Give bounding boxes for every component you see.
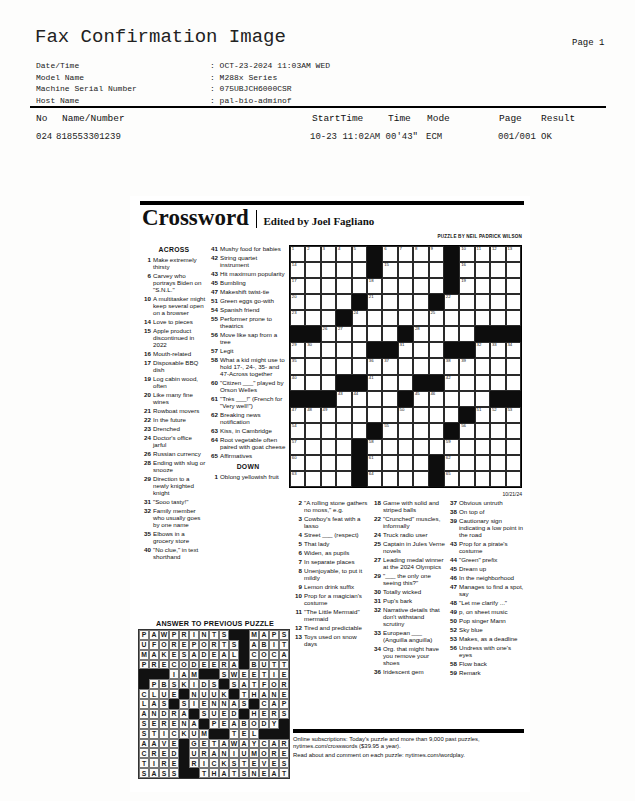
letter-cell: P (169, 630, 179, 640)
cell-letter: A (242, 681, 247, 688)
clue-column-across-2: 41Mushy food for babies42String quartet … (209, 245, 287, 482)
answer-grid: PAWPRINTSMAPSUFOREPORTSABITMAKESADEALCOC… (138, 629, 290, 779)
cell-number: 13 (507, 247, 512, 252)
cell-number: 54 (292, 424, 297, 429)
clue-number: 51 (209, 297, 220, 304)
letter-cell: R (279, 679, 289, 689)
clue-text: Green eggs go-with (220, 297, 287, 304)
clue-number: 62 (209, 411, 220, 425)
letter-cell: E (159, 660, 169, 670)
letter-cell: N (219, 748, 229, 758)
empty-cell (352, 423, 367, 439)
letter-cell: I (199, 758, 209, 768)
empty-cell (475, 471, 490, 487)
clue-number: 15 (142, 327, 153, 348)
clue-text: Manages to find a spot, say (459, 583, 524, 597)
clue-text: Cautionary sign indicating a low point i… (459, 517, 524, 538)
empty-cell: 59 (444, 439, 459, 455)
letter-cell: R (169, 640, 179, 650)
clue-text: Hit maximum popularity (220, 270, 287, 277)
cell-number: 36 (369, 359, 374, 364)
letter-cell: S (279, 709, 289, 719)
cell-letter: D (172, 750, 177, 757)
across-header: ACROSS (142, 246, 206, 253)
cell-letter: I (193, 700, 195, 707)
cell-letter: R (272, 750, 277, 757)
empty-cell: 63 (290, 471, 305, 487)
clue-number: 38 (448, 508, 459, 515)
clue-text: Flow back (459, 660, 524, 667)
empty-cell (321, 375, 336, 391)
cell-letter: R (212, 641, 217, 648)
letter-cell: I (159, 729, 169, 739)
cell-letter: I (193, 681, 195, 688)
clue-text: Spanish friend (220, 306, 287, 313)
letter-cell: E (219, 719, 229, 729)
cell-number: 23 (292, 311, 297, 316)
empty-cell: 25 (429, 310, 444, 326)
cell-number: 8 (415, 247, 417, 252)
empty-cell (459, 294, 474, 310)
empty-cell (336, 342, 351, 358)
cell-number: 64 (369, 472, 374, 477)
empty-cell: 24 (352, 310, 367, 326)
cell-letter: C (212, 760, 217, 767)
black-cell (336, 375, 351, 391)
cell-letter: D (232, 710, 237, 717)
empty-cell (382, 326, 397, 342)
clue-number: 31 (142, 498, 153, 505)
clue-number: 53 (448, 635, 459, 642)
clue-number: 46 (448, 574, 459, 581)
empty-cell (398, 278, 413, 294)
clue: 49p, on sheet music (448, 608, 524, 615)
black-cell (209, 669, 219, 679)
cell-letter: O (201, 641, 206, 648)
crossword-byline: PUZZLE BY NEIL PADRICK WILSON (289, 234, 522, 239)
cell-letter: T (242, 691, 246, 698)
cell-letter: H (212, 770, 217, 777)
empty-cell (352, 358, 367, 374)
empty-cell (475, 375, 490, 391)
empty-cell: 49 (321, 407, 336, 423)
col-start: StartTime (312, 113, 363, 124)
crossword-page: Crossword Edited by Joel Fagliano PUZZLE… (130, 196, 530, 792)
cell-letter: E (262, 710, 267, 717)
cell-result: OK (541, 132, 552, 142)
col-time: Time (388, 113, 411, 124)
black-cell (229, 689, 239, 699)
empty-cell (305, 262, 320, 278)
fax-table-row: 024 818553301239 10-23 11:02AM 00'43" EC… (0, 132, 635, 144)
letter-cell: U (239, 748, 249, 758)
clue-text: Apple product discontinued in 2022 (153, 327, 206, 348)
cell-number: 3 (323, 247, 325, 252)
cell-letter: C (172, 730, 177, 737)
clue-number: 60 (209, 379, 220, 393)
clue-text: Makeshift twist-tie (220, 288, 287, 295)
cell-number: 17 (292, 279, 297, 284)
black-cell (279, 729, 289, 739)
clue-column-across-1: ACROSS 1Make extremely thirsty6Carvey wh… (142, 245, 206, 562)
empty-cell (398, 294, 413, 310)
empty-cell (490, 455, 505, 471)
clue-number: 57 (209, 347, 220, 354)
letter-cell: N (149, 709, 159, 719)
clue-text: Iridescent gem (383, 668, 446, 675)
down-header: DOWN (209, 463, 287, 470)
empty-cell (336, 407, 351, 423)
letter-cell: C (139, 748, 149, 758)
clue-number: 45 (209, 279, 220, 286)
clue-number: 48 (448, 599, 459, 606)
cell-number: 26 (323, 327, 328, 332)
clue: 41Mushy food for babies (209, 245, 287, 252)
clue-number: 32 (372, 606, 383, 627)
cell-number: 16 (461, 263, 466, 268)
cell-letter: B (162, 681, 167, 688)
cell-letter: A (192, 720, 197, 727)
cell-mode: ECM (426, 132, 442, 142)
empty-cell: 40 (290, 375, 305, 391)
meta-label: Machine Serial Number (36, 83, 210, 95)
letter-cell: M (189, 669, 199, 679)
clue-text: Widen, as pupils (304, 549, 369, 556)
cell-number: 33 (492, 343, 497, 348)
letter-cell: A (229, 660, 239, 670)
clue-number: 56 (448, 644, 459, 658)
clue-number: 6 (293, 549, 304, 556)
clue-text: Unenjoyable, to put it mildly (304, 567, 369, 581)
letter-cell: T (209, 739, 219, 749)
black-cell (169, 699, 179, 709)
cell-letter: Y (252, 740, 257, 747)
black-cell (239, 650, 249, 660)
cell-letter: R (152, 661, 157, 668)
clue-text: That lady (304, 540, 369, 547)
across-clues-1: 1Make extremely thirsty6Carvey who portr… (142, 256, 206, 560)
clue-number: 27 (372, 556, 383, 570)
empty-cell: 16 (459, 262, 474, 278)
empty-cell: 11 (475, 246, 490, 262)
letter-cell: E (169, 739, 179, 749)
clue-number: 16 (142, 350, 153, 357)
letter-cell: A (249, 640, 259, 650)
black-cell (367, 423, 382, 439)
clue: 55Performer prone to theatrics (209, 315, 287, 329)
letter-cell: D (229, 709, 239, 719)
cell-letter: N (192, 691, 197, 698)
letter-cell: W (229, 739, 239, 749)
clue-text: "Citizen ___" played by Orson Welles (220, 379, 287, 393)
clue-text: In the neighborhood (459, 574, 524, 581)
down-clues-1: 1Oblong yellowish fruit (209, 473, 287, 480)
empty-cell: 22 (444, 294, 459, 310)
empty-cell: 15 (382, 262, 397, 278)
letter-cell: H (209, 768, 219, 778)
empty-cell (506, 423, 521, 439)
cell-number: 37 (384, 359, 389, 364)
cell-letter: C (262, 740, 267, 747)
empty-cell (490, 423, 505, 439)
clue-text: Truck radio user (383, 531, 446, 538)
clue: 33European ___ (Anguilla anguilla) (372, 629, 446, 643)
clue: 1Make extremely thirsty (142, 256, 206, 270)
letter-cell: C (139, 689, 149, 699)
cell-letter: H (252, 691, 257, 698)
empty-cell (490, 278, 505, 294)
cell-letter: E (202, 661, 207, 668)
letter-cell: P (209, 719, 219, 729)
cell-letter: M (251, 631, 257, 638)
empty-cell (444, 310, 459, 326)
clue: 38On top of (448, 508, 524, 515)
clue-number: 52 (448, 626, 459, 633)
black-cell (290, 326, 305, 342)
letter-cell: N (219, 699, 229, 709)
cell-letter: T (212, 631, 216, 638)
clue-text: "Crunched" muscles, informally (383, 515, 446, 529)
clue-text: Russian currency (153, 450, 206, 457)
cell-letter: I (193, 631, 195, 638)
letter-cell: L (249, 729, 259, 739)
cell-letter: P (172, 631, 177, 638)
empty-cell (459, 375, 474, 391)
cell-letter: R (282, 740, 287, 747)
cell-letter: E (242, 671, 247, 678)
cell-letter: N (222, 700, 227, 707)
letter-cell: K (179, 679, 189, 689)
cell-letter: C (252, 651, 257, 658)
clue-text: Mouth-related (153, 350, 206, 357)
cell-letter: E (152, 720, 157, 727)
letter-cell: A (149, 699, 159, 709)
meta-row: Host Name: pal-bio-adminof (36, 95, 330, 107)
clue-text: Undress with one's eyes (459, 644, 524, 658)
letter-cell: N (199, 630, 209, 640)
cell-letter: T (262, 671, 266, 678)
cell-letter: S (282, 760, 287, 767)
letter-cell: S (229, 758, 239, 768)
letter-cell: V (159, 739, 169, 749)
clue: 57Legit (209, 347, 287, 354)
cell-letter: P (152, 681, 157, 688)
cell-letter: U (262, 661, 267, 668)
black-cell (269, 729, 279, 739)
black-cell (229, 630, 239, 640)
masthead-title: Crossword (142, 206, 249, 230)
empty-cell: 64 (367, 471, 382, 487)
letter-cell: O (259, 748, 269, 758)
letter-cell: T (279, 640, 289, 650)
cell-letter: C (272, 651, 277, 658)
answer-header: ANSWER TO PREVIOUS PUZZLE (138, 619, 292, 628)
letter-cell: I (169, 669, 179, 679)
clue-number: 59 (448, 669, 459, 676)
black-cell (336, 310, 351, 326)
clue-text: Narrative details that don't withstand s… (383, 606, 446, 627)
clue-number: 35 (142, 530, 153, 544)
clue: 28Ending with slug or snooze (142, 459, 206, 473)
cell-number: 7 (400, 247, 402, 252)
cell-number: 14 (292, 263, 297, 268)
cell-letter: I (163, 730, 165, 737)
letter-cell: T (249, 679, 259, 689)
letter-cell: S (159, 699, 169, 709)
empty-cell (459, 326, 474, 342)
letter-cell: S (139, 768, 149, 778)
clue: 5That lady (293, 540, 369, 547)
black-cell (219, 679, 229, 689)
empty-cell (336, 358, 351, 374)
cell-number: 25 (430, 311, 435, 316)
cell-letter: C (172, 661, 177, 668)
letter-cell: C (259, 699, 269, 709)
letter-cell: S (159, 768, 169, 778)
clue-number: 8 (293, 567, 304, 581)
black-cell (352, 471, 367, 487)
clue-number: 41 (209, 245, 220, 252)
letter-cell: E (279, 669, 289, 679)
cell-letter: K (222, 760, 227, 767)
black-cell (279, 719, 289, 729)
col-mode: Mode (427, 113, 450, 124)
empty-cell (336, 423, 351, 439)
cell-letter: U (212, 710, 217, 717)
black-cell (367, 262, 382, 278)
empty-cell (475, 455, 490, 471)
cell-letter: E (282, 671, 287, 678)
letter-cell: K (179, 729, 189, 739)
cell-letter: E (282, 750, 287, 757)
empty-cell (305, 439, 320, 455)
clue-number: 18 (372, 499, 383, 513)
letter-cell: W (159, 630, 169, 640)
letter-cell: U (189, 748, 199, 758)
empty-cell (506, 262, 521, 278)
letter-cell: L (149, 689, 159, 699)
cell-number: 60 (292, 456, 297, 461)
clue: 22In the future (142, 416, 206, 423)
empty-cell: 31 (398, 342, 413, 358)
down-clues-3: 18Game with solid and striped balls22"Cr… (372, 499, 446, 675)
cell-letter: S (162, 700, 167, 707)
empty-cell: 52 (490, 407, 505, 423)
letter-cell: E (269, 758, 279, 768)
letter-cell: K (219, 689, 229, 699)
clue-text: "A rolling stone gathers no moss," e.g. (304, 499, 369, 513)
cell-letter: D (202, 681, 207, 688)
cell-number: 56 (461, 424, 466, 429)
clue-number: 5 (293, 540, 304, 547)
clue-text: "No clue," in text shorthand (153, 546, 206, 560)
empty-cell: 17 (290, 278, 305, 294)
clue: 47Makeshift twist-tie (209, 288, 287, 295)
cell-letter: A (272, 770, 277, 777)
fax-title: Fax Confirmation Image (35, 26, 286, 48)
clue-number: 21 (142, 407, 153, 414)
black-cell (189, 768, 199, 778)
letter-cell: N (209, 699, 219, 709)
empty-cell: 29 (290, 342, 305, 358)
clue-text: Ending with slug or snooze (153, 459, 206, 473)
cell-letter: L (152, 691, 156, 698)
cell-letter: K (182, 681, 187, 688)
clue: 59Remark (448, 669, 524, 676)
cell-letter: A (272, 700, 277, 707)
clue-column-down-3: 37Obvious untruth38On top of39Cautionary… (448, 499, 524, 678)
clue-number: 64 (209, 436, 220, 450)
black-cell (367, 246, 382, 262)
clue: 62Breaking news notification (209, 411, 287, 425)
meta-label: Date/Time (36, 60, 210, 72)
empty-cell (382, 391, 397, 407)
clue: 10Prop for a magician's costume (293, 592, 369, 606)
cell-letter: N (222, 750, 227, 757)
clue-text: Root vegetable often paired with goat ch… (220, 436, 287, 450)
clue: 32Family member who usually goes by one … (142, 507, 206, 528)
clue-text: Move like sap from a tree (220, 331, 287, 345)
clue: 44"Green" prefix (448, 556, 524, 563)
empty-cell (444, 407, 459, 423)
clue: 25Captain in Jules Verne novels (372, 540, 446, 554)
letter-cell: T (139, 758, 149, 768)
meta-label: Model Name (36, 72, 210, 84)
meta-value: : pal-bio-adminof (210, 96, 292, 105)
letter-cell: S (169, 679, 179, 689)
clue-number: 58 (209, 356, 220, 377)
letter-cell: L (139, 699, 149, 709)
empty-cell (475, 391, 490, 407)
cell-letter: E (162, 661, 167, 668)
letter-cell: A (219, 739, 229, 749)
clue: 39Cautionary sign indicating a low point… (448, 517, 524, 538)
empty-cell (413, 342, 428, 358)
cell-number: 50 (400, 408, 405, 413)
clue-text: "Let me clarify ..." (459, 599, 524, 606)
clue-text: Sky blue (459, 626, 524, 633)
clue-text: Breaking news notification (220, 411, 287, 425)
cell-letter: A (232, 720, 237, 727)
clue-number: 1 (209, 473, 220, 480)
empty-cell: 21 (367, 294, 382, 310)
col-page: Page (499, 113, 522, 124)
clue-text: Pup's bark (383, 597, 446, 604)
letter-cell: C (269, 650, 279, 660)
clue-text: Toys used on snow days (304, 633, 369, 647)
cell-letter: N (152, 710, 157, 717)
clue: 23Drenched (142, 425, 206, 432)
cell-number: 45 (415, 392, 420, 397)
letter-cell: P (149, 679, 159, 689)
cell-number: 55 (384, 424, 389, 429)
letter-cell: A (239, 739, 249, 749)
clue-number: 65 (209, 452, 220, 459)
empty-cell: 23 (290, 310, 305, 326)
letter-cell: D (259, 719, 269, 729)
clue-text: Performer prone to theatrics (220, 315, 287, 329)
letter-cell: R (209, 640, 219, 650)
cell-letter: S (202, 710, 207, 717)
empty-cell: 60 (290, 455, 305, 471)
empty-cell: 2 (305, 246, 320, 262)
cell-letter: T (282, 661, 286, 668)
clue: 19Log cabin wood, often (142, 375, 206, 389)
empty-cell (506, 471, 521, 487)
letter-cell: E (249, 669, 259, 679)
empty-cell (382, 310, 397, 326)
letter-cell: G (189, 739, 199, 749)
